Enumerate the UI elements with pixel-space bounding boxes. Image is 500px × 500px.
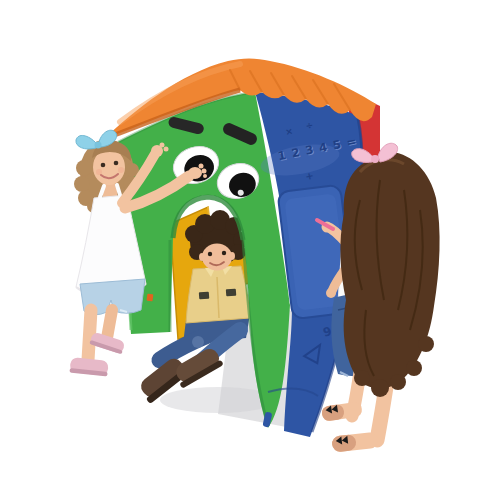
sticker: [146, 294, 153, 302]
boy-face: [202, 244, 232, 271]
right-girl-hand-lower: [326, 288, 336, 298]
right-girl-hair: [340, 151, 439, 397]
boy-shirt: [186, 266, 250, 323]
right-girl-foot-front: [331, 432, 378, 453]
left-girl-leg-front: [88, 310, 91, 360]
jeans-fade: [192, 336, 204, 348]
shirt-pocket: [199, 292, 209, 300]
left-girl-leg-back: [107, 310, 112, 338]
left-girl-shoe-front: [69, 357, 108, 376]
product-photo: 1 2 3 4 5 = 1 2 3 4 5 = × ÷ + 9: [0, 0, 500, 500]
scene-illustration: 1 2 3 4 5 = 1 2 3 4 5 = × ÷ + 9: [0, 0, 500, 500]
left-girl-hand-on-eye: [188, 167, 202, 179]
